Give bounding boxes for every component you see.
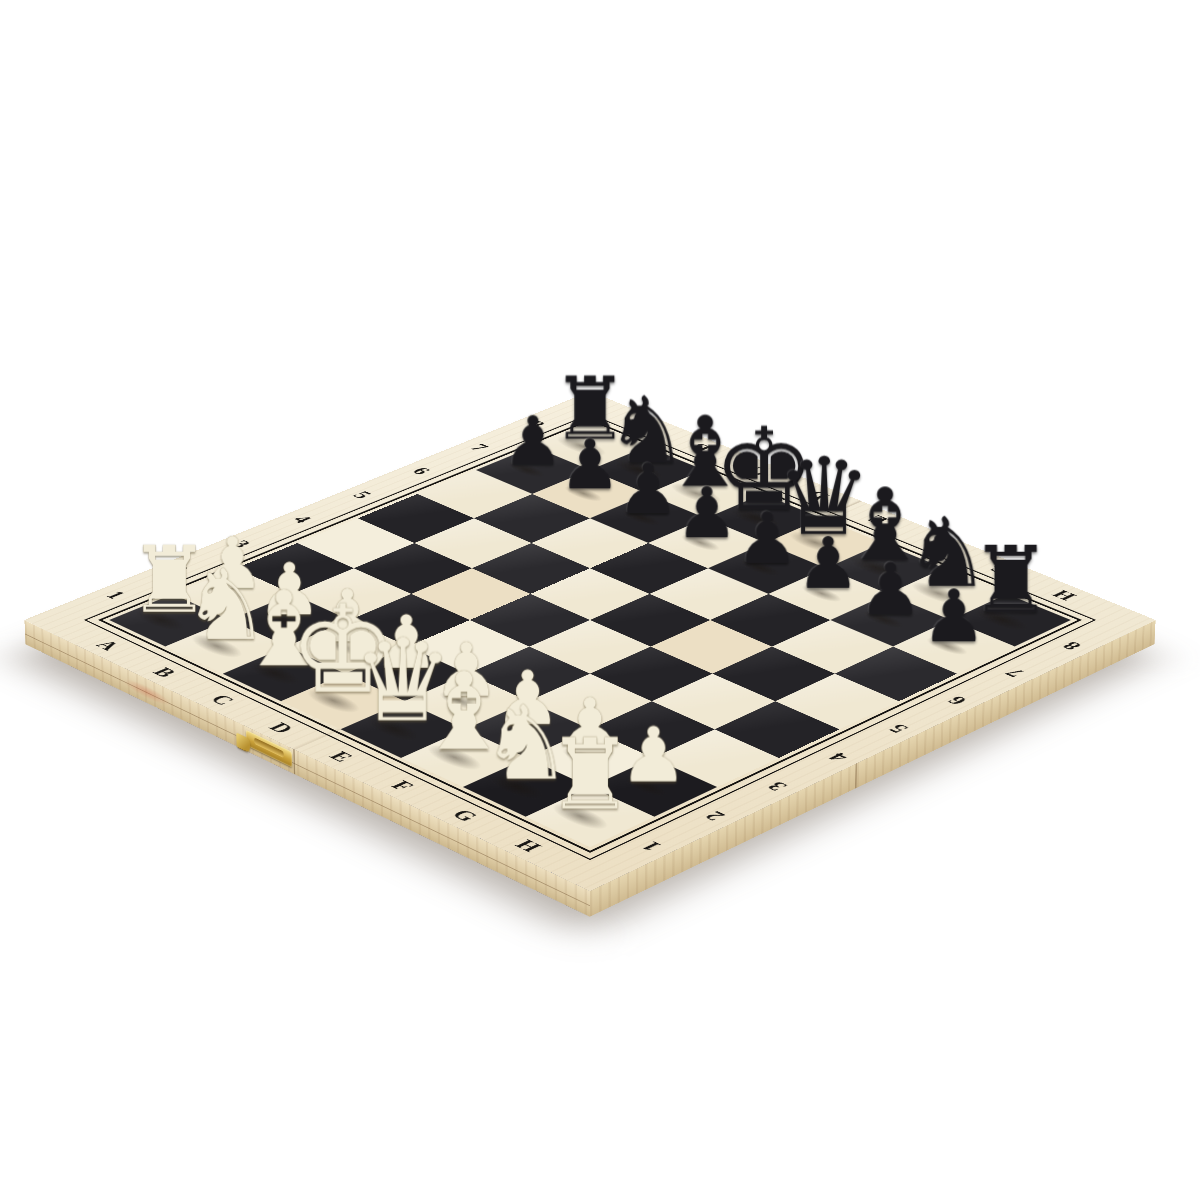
rank-label-right-2: 2 (701, 809, 730, 823)
rank-label-right-4: 4 (825, 750, 854, 763)
file-label-near-e: E (325, 749, 357, 764)
box-lid-seam-right (855, 763, 857, 789)
fold-seam-side (293, 749, 295, 775)
square-d5[interactable] (530, 568, 649, 620)
rank-label-right-8: 8 (1059, 639, 1086, 651)
rank-label-left-7: 7 (466, 442, 492, 453)
file-label-near-d: D (264, 721, 297, 736)
rank-label-left-1: 1 (102, 589, 130, 601)
rank-label-right-6: 6 (944, 694, 972, 707)
rank-label-right-7: 7 (1002, 666, 1029, 679)
board-surface: ♜♞♝♚♛♝♞♜♟♟♟♟♟♟♟♟♟♟♟♟♟♟♟♟♜♞♝♚♛♝♞♜ AABBCCD… (24, 391, 1155, 891)
rank-label-right-1: 1 (637, 839, 667, 853)
file-label-near-h: H (510, 838, 545, 855)
file-label-far-h: H (1048, 588, 1080, 602)
file-label-near-f: F (386, 779, 418, 793)
product-photo-scene: ♜♞♝♚♛♝♞♜♟♟♟♟♟♟♟♟♟♟♟♟♟♟♟♟♜♞♝♚♛♝♞♜ AABBCCD… (0, 0, 1200, 1200)
rank-label-left-4: 4 (289, 514, 316, 525)
file-label-near-b: B (148, 666, 180, 680)
file-label-near-c: C (206, 693, 239, 708)
file-label-near-g: G (447, 807, 482, 823)
rank-label-right-5: 5 (885, 722, 913, 735)
file-label-near-a: A (91, 638, 123, 652)
rank-label-left-6: 6 (408, 466, 434, 477)
rank-label-right-3: 3 (763, 779, 792, 792)
rank-label-left-5: 5 (349, 489, 376, 500)
chess-board: ♜♞♝♚♛♝♞♜♟♟♟♟♟♟♟♟♟♟♟♟♟♟♟♟♜♞♝♚♛♝♞♜ AABBCCD… (24, 391, 1155, 891)
board-grid: ♜♞♝♚♛♝♞♜♟♟♟♟♟♟♟♟♟♟♟♟♟♟♟♟♜♞♝♚♛♝♞♜ (109, 423, 1071, 847)
square-h6[interactable] (835, 647, 957, 702)
